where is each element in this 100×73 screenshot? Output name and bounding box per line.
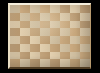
board-square-g6[interactable] xyxy=(70,21,80,29)
board-square-b8[interactable] xyxy=(20,5,30,13)
board-square-e2[interactable] xyxy=(50,52,60,60)
board-square-a1[interactable] xyxy=(10,59,20,67)
board-square-e8[interactable] xyxy=(50,5,60,13)
board-square-b2[interactable] xyxy=(20,52,30,60)
board-square-c3[interactable] xyxy=(30,44,40,52)
board-grid xyxy=(10,5,90,67)
board-square-b4[interactable] xyxy=(20,36,30,44)
board-square-c2[interactable] xyxy=(30,52,40,60)
board-square-b1[interactable] xyxy=(20,59,30,67)
board-square-g8[interactable] xyxy=(70,5,80,13)
board-square-e6[interactable] xyxy=(50,21,60,29)
board-square-g1[interactable] xyxy=(70,59,80,67)
board-square-h8[interactable] xyxy=(80,5,90,13)
board-square-b5[interactable] xyxy=(20,28,30,36)
board-square-c8[interactable] xyxy=(30,5,40,13)
board-square-e4[interactable] xyxy=(50,36,60,44)
board-square-a8[interactable] xyxy=(10,5,20,13)
board-square-h3[interactable] xyxy=(80,44,90,52)
board-square-a7[interactable] xyxy=(10,13,20,21)
board-square-h4[interactable] xyxy=(80,36,90,44)
page-background xyxy=(0,0,100,73)
board-square-h5[interactable] xyxy=(80,28,90,36)
board-square-c4[interactable] xyxy=(30,36,40,44)
board-square-a4[interactable] xyxy=(10,36,20,44)
board-square-e5[interactable] xyxy=(50,28,60,36)
board-square-e3[interactable] xyxy=(50,44,60,52)
board-square-d1[interactable] xyxy=(40,59,50,67)
board-square-d2[interactable] xyxy=(40,52,50,60)
board-square-g7[interactable] xyxy=(70,13,80,21)
board-square-h1[interactable] xyxy=(80,59,90,67)
board-square-f7[interactable] xyxy=(60,13,70,21)
board-square-a6[interactable] xyxy=(10,21,20,29)
board-square-b7[interactable] xyxy=(20,13,30,21)
board-square-e1[interactable] xyxy=(50,59,60,67)
board-square-c1[interactable] xyxy=(30,59,40,67)
board-square-c6[interactable] xyxy=(30,21,40,29)
board-square-a5[interactable] xyxy=(10,28,20,36)
board-square-e7[interactable] xyxy=(50,13,60,21)
board-square-c7[interactable] xyxy=(30,13,40,21)
board-square-g2[interactable] xyxy=(70,52,80,60)
board-square-g5[interactable] xyxy=(70,28,80,36)
board-square-f3[interactable] xyxy=(60,44,70,52)
board-square-g3[interactable] xyxy=(70,44,80,52)
board-square-f6[interactable] xyxy=(60,21,70,29)
board-square-h6[interactable] xyxy=(80,21,90,29)
board-square-d4[interactable] xyxy=(40,36,50,44)
board-square-f8[interactable] xyxy=(60,5,70,13)
board-square-b3[interactable] xyxy=(20,44,30,52)
board-square-f5[interactable] xyxy=(60,28,70,36)
board-square-d6[interactable] xyxy=(40,21,50,29)
board-square-d7[interactable] xyxy=(40,13,50,21)
board-square-d5[interactable] xyxy=(40,28,50,36)
board-square-a2[interactable] xyxy=(10,52,20,60)
board-square-f2[interactable] xyxy=(60,52,70,60)
board-square-d8[interactable] xyxy=(40,5,50,13)
board-square-b6[interactable] xyxy=(20,21,30,29)
board-square-g4[interactable] xyxy=(70,36,80,44)
chess-board xyxy=(8,3,91,69)
board-square-f4[interactable] xyxy=(60,36,70,44)
board-square-h7[interactable] xyxy=(80,13,90,21)
board-square-c5[interactable] xyxy=(30,28,40,36)
board-square-h2[interactable] xyxy=(80,52,90,60)
board-square-d3[interactable] xyxy=(40,44,50,52)
board-square-a3[interactable] xyxy=(10,44,20,52)
board-square-f1[interactable] xyxy=(60,59,70,67)
